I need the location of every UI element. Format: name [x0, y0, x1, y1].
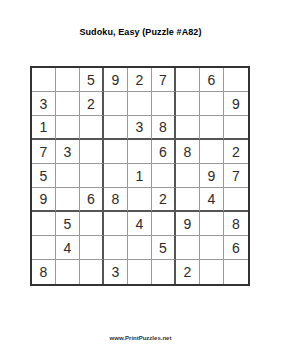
sudoku-cell-r4c2: 3 [56, 140, 80, 164]
sudoku-cell-r6c7[interactable] [176, 188, 200, 212]
sudoku-cell-r3c8[interactable] [200, 116, 224, 140]
sudoku-cell-r7c9: 8 [224, 212, 248, 236]
sudoku-cell-r6c2[interactable] [56, 188, 80, 212]
sudoku-cell-r2c4[interactable] [104, 92, 128, 116]
sudoku-cell-r1c5: 2 [128, 68, 152, 92]
sudoku-cell-r7c4[interactable] [104, 212, 128, 236]
sudoku-cell-r8c8[interactable] [200, 236, 224, 260]
sudoku-cell-r9c8[interactable] [200, 260, 224, 284]
sudoku-cell-r3c3[interactable] [80, 116, 104, 140]
sudoku-cell-r5c6[interactable] [152, 164, 176, 188]
sudoku-cell-r2c5[interactable] [128, 92, 152, 116]
sudoku-cell-r1c1[interactable] [32, 68, 56, 92]
sudoku-cell-r8c7[interactable] [176, 236, 200, 260]
sudoku-board: 59276329138736825197968245498456832 [30, 66, 250, 286]
sudoku-cell-r2c2[interactable] [56, 92, 80, 116]
sudoku-cell-r5c3[interactable] [80, 164, 104, 188]
sudoku-cell-r9c4: 3 [104, 260, 128, 284]
sudoku-cell-r1c7[interactable] [176, 68, 200, 92]
sudoku-cell-r8c9: 6 [224, 236, 248, 260]
sudoku-cell-r7c2: 5 [56, 212, 80, 236]
sudoku-cell-r5c7[interactable] [176, 164, 200, 188]
sudoku-cell-r6c3: 6 [80, 188, 104, 212]
sudoku-cell-r5c9: 7 [224, 164, 248, 188]
sudoku-cell-r2c8[interactable] [200, 92, 224, 116]
sudoku-cell-r5c2[interactable] [56, 164, 80, 188]
sudoku-cell-r7c1[interactable] [32, 212, 56, 236]
sudoku-cell-r2c9: 9 [224, 92, 248, 116]
sudoku-cell-r4c7: 8 [176, 140, 200, 164]
sudoku-cell-r9c7: 2 [176, 260, 200, 284]
sudoku-cell-r2c7[interactable] [176, 92, 200, 116]
sudoku-cell-r9c1: 8 [32, 260, 56, 284]
sudoku-cell-r5c5: 1 [128, 164, 152, 188]
sudoku-cell-r5c4[interactable] [104, 164, 128, 188]
sudoku-cell-r8c6: 5 [152, 236, 176, 260]
sudoku-cell-r7c5: 4 [128, 212, 152, 236]
sudoku-cell-r8c5[interactable] [128, 236, 152, 260]
sudoku-cell-r1c9[interactable] [224, 68, 248, 92]
sudoku-cell-r6c5[interactable] [128, 188, 152, 212]
sudoku-cell-r3c1: 1 [32, 116, 56, 140]
sudoku-cell-r4c5[interactable] [128, 140, 152, 164]
sudoku-cell-r9c9[interactable] [224, 260, 248, 284]
sudoku-cell-r3c4[interactable] [104, 116, 128, 140]
sudoku-cell-r2c1: 3 [32, 92, 56, 116]
sudoku-cell-r4c8[interactable] [200, 140, 224, 164]
sudoku-cell-r5c1: 5 [32, 164, 56, 188]
sudoku-cell-r7c6[interactable] [152, 212, 176, 236]
sudoku-cell-r4c9: 2 [224, 140, 248, 164]
sudoku-cell-r1c6: 7 [152, 68, 176, 92]
sudoku-cell-r8c4[interactable] [104, 236, 128, 260]
sudoku-cell-r3c5: 3 [128, 116, 152, 140]
puzzle-title: Sudoku, Easy (Puzzle #A82) [0, 27, 281, 37]
sudoku-cell-r3c7[interactable] [176, 116, 200, 140]
sudoku-cell-r1c4: 9 [104, 68, 128, 92]
sudoku-cell-r8c2: 4 [56, 236, 80, 260]
sudoku-cell-r8c3[interactable] [80, 236, 104, 260]
sudoku-cell-r1c2[interactable] [56, 68, 80, 92]
sudoku-print-page: Sudoku, Easy (Puzzle #A82) 5927632913873… [0, 0, 281, 363]
sudoku-cell-r3c6: 8 [152, 116, 176, 140]
sudoku-cell-r5c8: 9 [200, 164, 224, 188]
sudoku-cell-r7c3[interactable] [80, 212, 104, 236]
sudoku-cell-r8c1[interactable] [32, 236, 56, 260]
sudoku-cell-r3c9[interactable] [224, 116, 248, 140]
sudoku-cell-r7c7: 9 [176, 212, 200, 236]
sudoku-cell-r9c2[interactable] [56, 260, 80, 284]
sudoku-cell-r6c9[interactable] [224, 188, 248, 212]
footer-url: www.PrintPuzzles.net [0, 335, 281, 341]
sudoku-cell-r4c4[interactable] [104, 140, 128, 164]
sudoku-cell-r2c3: 2 [80, 92, 104, 116]
sudoku-cell-r4c6: 6 [152, 140, 176, 164]
sudoku-cell-r9c5[interactable] [128, 260, 152, 284]
sudoku-cell-r4c1: 7 [32, 140, 56, 164]
sudoku-cell-r6c4: 8 [104, 188, 128, 212]
sudoku-cell-r9c3[interactable] [80, 260, 104, 284]
sudoku-cell-r6c6: 2 [152, 188, 176, 212]
sudoku-cell-r7c8[interactable] [200, 212, 224, 236]
sudoku-cell-r3c2[interactable] [56, 116, 80, 140]
sudoku-cell-r9c6[interactable] [152, 260, 176, 284]
sudoku-cell-r4c3[interactable] [80, 140, 104, 164]
sudoku-cell-r1c3: 5 [80, 68, 104, 92]
sudoku-cell-r6c1: 9 [32, 188, 56, 212]
sudoku-cell-r2c6[interactable] [152, 92, 176, 116]
sudoku-cell-r6c8: 4 [200, 188, 224, 212]
sudoku-cell-r1c8: 6 [200, 68, 224, 92]
